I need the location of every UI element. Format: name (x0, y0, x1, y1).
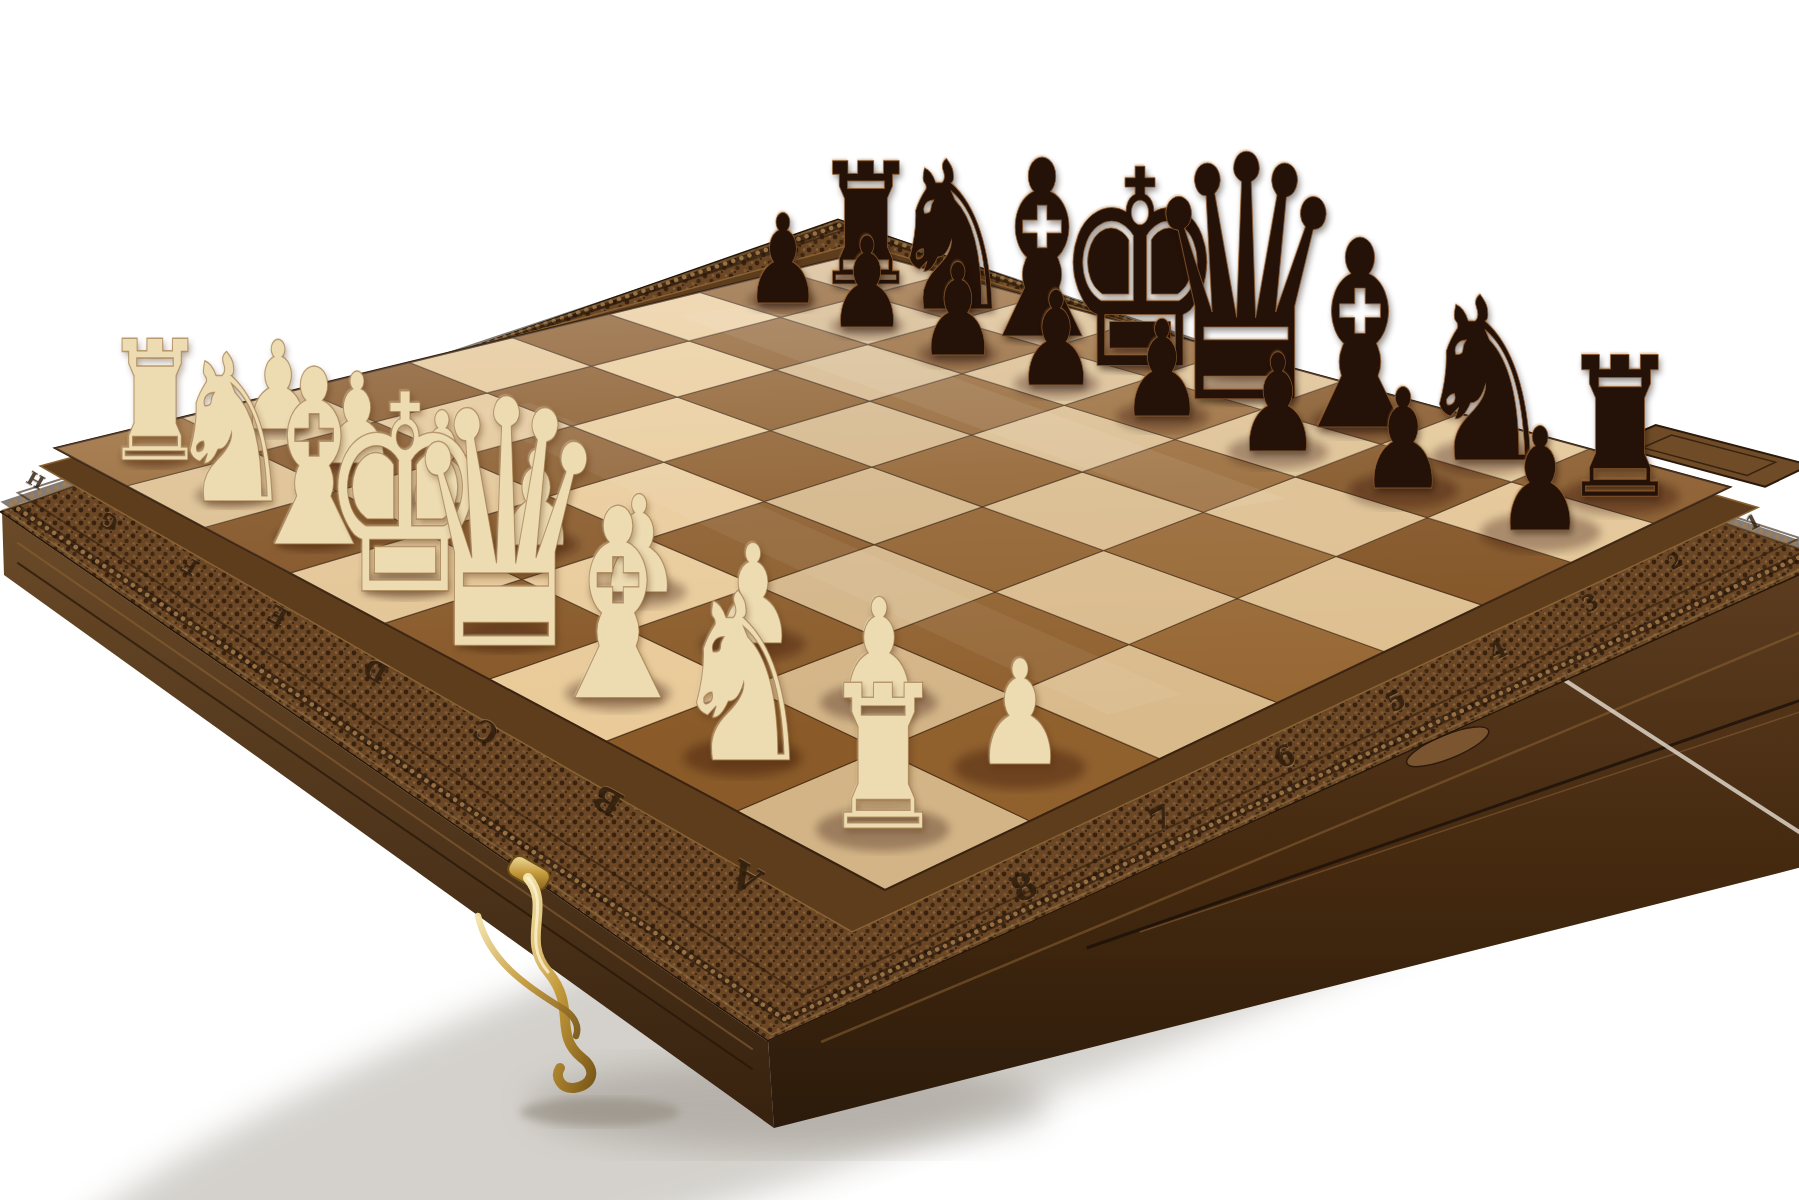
piece-black-pawn-e7[interactable]: ♟ (1015, 274, 1097, 405)
brass-latch (440, 820, 720, 1140)
piece-white-knight-b1[interactable]: ♞ (670, 562, 816, 795)
piece-black-pawn-b7[interactable]: ♟ (1359, 371, 1446, 510)
piece-black-pawn-c7[interactable]: ♟ (1235, 336, 1320, 472)
piece-white-rook-a1[interactable]: ♜ (820, 659, 946, 859)
piece-white-pawn-a2[interactable]: ♟ (974, 641, 1066, 787)
piece-black-pawn-d7[interactable]: ♟ (1120, 303, 1204, 437)
piece-black-pawn-h7[interactable]: ♟ (744, 197, 822, 321)
piece-black-pawn-a7[interactable]: ♟ (1495, 409, 1585, 552)
piece-black-pawn-f7[interactable]: ♟ (918, 247, 998, 375)
product-photo-stage: A B C D E F G H 8 7 6 5 4 3 2 1 ♜ ♞ ♝ ♛ … (0, 0, 1799, 1200)
latch-hook (478, 853, 591, 1088)
piece-black-pawn-g7[interactable]: ♟ (828, 221, 907, 347)
